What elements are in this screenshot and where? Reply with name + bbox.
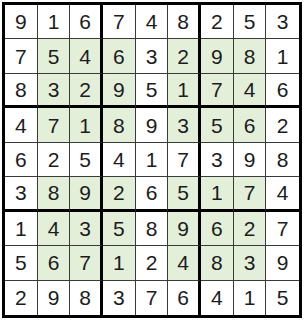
sudoku-cell-r1c8[interactable]: 5 (234, 5, 267, 39)
sudoku-cell-r4c2[interactable]: 7 (38, 108, 71, 142)
sudoku-cell-r4c4[interactable]: 8 (103, 108, 136, 142)
sudoku-cell-r6c2[interactable]: 8 (38, 177, 71, 211)
sudoku-cell-r6c4[interactable]: 2 (103, 177, 136, 211)
sudoku-cell-r5c2[interactable]: 2 (38, 143, 71, 177)
sudoku-cell-r8c6[interactable]: 4 (168, 246, 201, 280)
sudoku-cell-r8c8[interactable]: 3 (234, 246, 267, 280)
sudoku-cell-r9c2[interactable]: 9 (38, 281, 71, 315)
sudoku-cell-r2c1[interactable]: 7 (5, 39, 38, 73)
sudoku-cell-r1c3[interactable]: 6 (70, 5, 103, 39)
sudoku-cell-r5c3[interactable]: 5 (70, 143, 103, 177)
sudoku-cell-r3c4[interactable]: 9 (103, 74, 136, 108)
sudoku-cell-r2c5[interactable]: 3 (136, 39, 169, 73)
sudoku-cell-r6c9[interactable]: 4 (266, 177, 299, 211)
sudoku-cell-r7c9[interactable]: 7 (266, 212, 299, 246)
sudoku-cell-r5c1[interactable]: 6 (5, 143, 38, 177)
sudoku-cell-r4c6[interactable]: 3 (168, 108, 201, 142)
sudoku-cell-r9c7[interactable]: 4 (201, 281, 234, 315)
sudoku-cell-r7c5[interactable]: 8 (136, 212, 169, 246)
sudoku-cell-r3c5[interactable]: 5 (136, 74, 169, 108)
sudoku-cell-r1c9[interactable]: 3 (266, 5, 299, 39)
sudoku-cell-r3c1[interactable]: 8 (5, 74, 38, 108)
sudoku-cell-r3c7[interactable]: 7 (201, 74, 234, 108)
sudoku-cell-r1c7[interactable]: 2 (201, 5, 234, 39)
sudoku-cell-r8c1[interactable]: 5 (5, 246, 38, 280)
sudoku-cell-r6c7[interactable]: 1 (201, 177, 234, 211)
sudoku-cell-r1c4[interactable]: 7 (103, 5, 136, 39)
sudoku-cell-r5c8[interactable]: 9 (234, 143, 267, 177)
sudoku-cell-r1c1[interactable]: 9 (5, 5, 38, 39)
sudoku-cell-r4c5[interactable]: 9 (136, 108, 169, 142)
sudoku-cell-r7c2[interactable]: 4 (38, 212, 71, 246)
sudoku-cell-r2c7[interactable]: 9 (201, 39, 234, 73)
sudoku-cell-r2c6[interactable]: 2 (168, 39, 201, 73)
sudoku-cell-r6c6[interactable]: 5 (168, 177, 201, 211)
sudoku-cell-r2c9[interactable]: 1 (266, 39, 299, 73)
sudoku-cell-r2c8[interactable]: 8 (234, 39, 267, 73)
sudoku-cell-r9c6[interactable]: 6 (168, 281, 201, 315)
sudoku-cell-r4c9[interactable]: 2 (266, 108, 299, 142)
sudoku-cell-r9c4[interactable]: 3 (103, 281, 136, 315)
sudoku-cell-r8c9[interactable]: 9 (266, 246, 299, 280)
sudoku-cell-r7c6[interactable]: 9 (168, 212, 201, 246)
sudoku-cell-r1c5[interactable]: 4 (136, 5, 169, 39)
sudoku-cell-r2c4[interactable]: 6 (103, 39, 136, 73)
sudoku-cell-r8c3[interactable]: 7 (70, 246, 103, 280)
sudoku-cell-r8c2[interactable]: 6 (38, 246, 71, 280)
sudoku-board: 9167482537546329818329517464718935626254… (2, 2, 302, 318)
sudoku-cell-r5c5[interactable]: 1 (136, 143, 169, 177)
sudoku-cell-r4c7[interactable]: 5 (201, 108, 234, 142)
sudoku-cell-r1c6[interactable]: 8 (168, 5, 201, 39)
sudoku-cell-r6c1[interactable]: 3 (5, 177, 38, 211)
sudoku-cell-r4c1[interactable]: 4 (5, 108, 38, 142)
sudoku-cell-r6c5[interactable]: 6 (136, 177, 169, 211)
sudoku-cell-r7c4[interactable]: 5 (103, 212, 136, 246)
sudoku-cell-r8c5[interactable]: 2 (136, 246, 169, 280)
sudoku-cell-r7c3[interactable]: 3 (70, 212, 103, 246)
sudoku-cell-r1c2[interactable]: 1 (38, 5, 71, 39)
sudoku-cell-r9c9[interactable]: 5 (266, 281, 299, 315)
sudoku-cell-r9c3[interactable]: 8 (70, 281, 103, 315)
sudoku-cell-r5c4[interactable]: 4 (103, 143, 136, 177)
sudoku-cell-r5c7[interactable]: 3 (201, 143, 234, 177)
sudoku-cell-r6c8[interactable]: 7 (234, 177, 267, 211)
sudoku-cell-r9c8[interactable]: 1 (234, 281, 267, 315)
sudoku-cell-r3c9[interactable]: 6 (266, 74, 299, 108)
sudoku-cell-r2c2[interactable]: 5 (38, 39, 71, 73)
sudoku-cell-r3c8[interactable]: 4 (234, 74, 267, 108)
sudoku-cell-r8c4[interactable]: 1 (103, 246, 136, 280)
sudoku-cell-r7c7[interactable]: 6 (201, 212, 234, 246)
sudoku-cell-r7c8[interactable]: 2 (234, 212, 267, 246)
sudoku-cell-r9c5[interactable]: 7 (136, 281, 169, 315)
sudoku-cell-r3c3[interactable]: 2 (70, 74, 103, 108)
sudoku-cell-r5c6[interactable]: 7 (168, 143, 201, 177)
sudoku-cell-r6c3[interactable]: 9 (70, 177, 103, 211)
sudoku-cell-r3c6[interactable]: 1 (168, 74, 201, 108)
sudoku-cell-r3c2[interactable]: 3 (38, 74, 71, 108)
sudoku-cell-r9c1[interactable]: 2 (5, 281, 38, 315)
sudoku-cell-r2c3[interactable]: 4 (70, 39, 103, 73)
sudoku-cell-r7c1[interactable]: 1 (5, 212, 38, 246)
sudoku-cell-r4c3[interactable]: 1 (70, 108, 103, 142)
sudoku-cell-r4c8[interactable]: 6 (234, 108, 267, 142)
sudoku-cell-r8c7[interactable]: 8 (201, 246, 234, 280)
sudoku-cell-r5c9[interactable]: 8 (266, 143, 299, 177)
